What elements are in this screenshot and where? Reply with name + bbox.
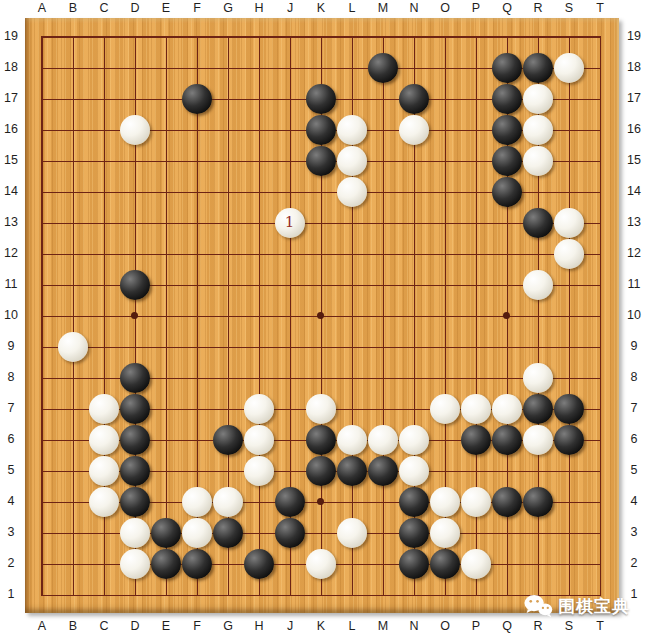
coordinate-label-right-4: 4 [631, 494, 638, 509]
stone-black-J3 [275, 518, 305, 548]
stone-black-E2 [151, 549, 181, 579]
coordinate-label-top-N: N [409, 1, 418, 16]
stone-black-S7 [554, 394, 584, 424]
stone-black-F2 [182, 549, 212, 579]
star-point-D10 [131, 312, 138, 319]
coordinate-label-bottom-G: G [223, 619, 233, 634]
coordinate-label-right-12: 12 [627, 246, 641, 261]
stone-black-R4 [523, 487, 553, 517]
stone-black-E3 [151, 518, 181, 548]
coordinate-label-bottom-O: O [440, 619, 450, 634]
stone-black-R7 [523, 394, 553, 424]
coordinate-label-right-2: 2 [631, 556, 638, 571]
coordinate-label-bottom-C: C [99, 619, 108, 634]
stone-white-J13: 1 [275, 208, 305, 238]
stone-black-L5 [337, 456, 367, 486]
coordinate-label-bottom-P: P [472, 619, 480, 634]
coordinate-label-right-18: 18 [627, 60, 641, 75]
coordinate-label-right-1: 1 [631, 587, 638, 602]
coordinate-label-top-M: M [378, 1, 388, 16]
wechat-icon [523, 593, 553, 619]
stone-black-Q16 [492, 115, 522, 145]
coordinate-label-left-15: 15 [4, 153, 18, 168]
stone-white-N5 [399, 456, 429, 486]
coordinate-label-left-16: 16 [4, 122, 18, 137]
coordinate-label-top-R: R [533, 1, 542, 16]
coordinate-label-bottom-R: R [533, 619, 542, 634]
coordinate-label-left-9: 9 [8, 339, 15, 354]
stone-black-Q18 [492, 53, 522, 83]
stone-white-R16 [523, 115, 553, 145]
stone-black-R13 [523, 208, 553, 238]
stone-white-L6 [337, 425, 367, 455]
coordinate-label-bottom-L: L [349, 619, 356, 634]
coordinate-label-left-5: 5 [8, 463, 15, 478]
coordinate-label-left-11: 11 [5, 277, 18, 292]
coordinate-label-bottom-J: J [287, 619, 293, 634]
coordinate-label-right-16: 16 [627, 122, 641, 137]
watermark-text: 围棋宝典 [558, 595, 630, 618]
stone-black-Q15 [492, 146, 522, 176]
coordinate-label-bottom-N: N [409, 619, 418, 634]
stone-white-S12 [554, 239, 584, 269]
coordinate-label-top-E: E [162, 1, 170, 16]
coordinate-label-top-C: C [99, 1, 108, 16]
stone-black-D5 [120, 456, 150, 486]
stone-white-P7 [461, 394, 491, 424]
coordinate-label-top-Q: Q [502, 1, 512, 16]
stone-black-N4 [399, 487, 429, 517]
coordinate-label-left-10: 10 [4, 308, 18, 323]
stone-black-G6 [213, 425, 243, 455]
stone-white-C5 [89, 456, 119, 486]
coordinate-label-bottom-B: B [69, 619, 77, 634]
coordinate-label-top-G: G [223, 1, 233, 16]
stone-black-F17 [182, 84, 212, 114]
stone-black-D11 [120, 270, 150, 300]
stone-white-P2 [461, 549, 491, 579]
coordinate-label-bottom-F: F [193, 619, 201, 634]
go-board-grid: 1 [26, 21, 615, 610]
stone-white-D3 [120, 518, 150, 548]
stone-white-L14 [337, 177, 367, 207]
star-point-K4 [317, 498, 324, 505]
coordinate-label-left-12: 12 [4, 246, 18, 261]
stone-black-K6 [306, 425, 336, 455]
stone-white-R8 [523, 363, 553, 393]
coordinate-label-right-10: 10 [627, 308, 641, 323]
coordinate-label-right-5: 5 [631, 463, 638, 478]
stone-black-Q4 [492, 487, 522, 517]
stone-white-B9 [58, 332, 88, 362]
stone-white-C6 [89, 425, 119, 455]
stone-white-O3 [430, 518, 460, 548]
stone-white-M6 [368, 425, 398, 455]
coordinate-label-bottom-T: T [596, 619, 604, 634]
stone-black-K5 [306, 456, 336, 486]
stone-white-H7 [244, 394, 274, 424]
coordinate-label-top-F: F [193, 1, 201, 16]
stone-white-S13 [554, 208, 584, 238]
stone-black-R18 [523, 53, 553, 83]
coordinate-label-bottom-H: H [254, 619, 263, 634]
stone-black-D7 [120, 394, 150, 424]
coordinate-label-right-14: 14 [627, 184, 641, 199]
coordinate-label-bottom-A: A [38, 619, 46, 634]
coordinate-label-left-18: 18 [4, 60, 18, 75]
coordinate-label-top-A: A [38, 1, 46, 16]
coordinate-label-top-H: H [254, 1, 263, 16]
coordinate-label-bottom-S: S [565, 619, 573, 634]
stone-white-C7 [89, 394, 119, 424]
stone-white-F4 [182, 487, 212, 517]
stone-black-K16 [306, 115, 336, 145]
coordinate-label-left-6: 6 [8, 432, 15, 447]
stone-black-K17 [306, 84, 336, 114]
stone-white-R17 [523, 84, 553, 114]
stone-white-K7 [306, 394, 336, 424]
coordinate-label-top-B: B [69, 1, 77, 16]
coordinate-label-right-8: 8 [631, 370, 638, 385]
coordinate-label-bottom-K: K [317, 619, 325, 634]
coordinate-label-right-3: 3 [631, 525, 638, 540]
coordinate-label-right-19: 19 [627, 29, 641, 44]
coordinate-label-right-13: 13 [627, 215, 641, 230]
stone-white-K2 [306, 549, 336, 579]
stone-white-N16 [399, 115, 429, 145]
watermark: 围棋宝典 [523, 593, 630, 619]
coordinate-label-left-4: 4 [8, 494, 15, 509]
coordinate-label-left-1: 1 [8, 587, 15, 602]
coordinate-label-bottom-M: M [378, 619, 388, 634]
star-point-Q10 [503, 312, 510, 319]
stone-black-D8 [120, 363, 150, 393]
coordinate-label-left-3: 3 [8, 525, 15, 540]
stone-black-Q14 [492, 177, 522, 207]
stone-white-L15 [337, 146, 367, 176]
stone-black-K15 [306, 146, 336, 176]
coordinate-label-left-19: 19 [4, 29, 18, 44]
stone-black-M18 [368, 53, 398, 83]
stone-white-Q7 [492, 394, 522, 424]
stone-white-H6 [244, 425, 274, 455]
coordinate-label-bottom-D: D [130, 619, 139, 634]
coordinate-label-right-6: 6 [631, 432, 638, 447]
go-diagram-page: 1 ABCDEFGHJKLMNOPQRST ABCDEFGHJKLMNOPQRS… [0, 0, 646, 636]
coordinate-label-left-2: 2 [8, 556, 15, 571]
coordinate-label-top-J: J [287, 1, 293, 16]
stone-black-N2 [399, 549, 429, 579]
stone-white-C4 [89, 487, 119, 517]
coordinate-label-left-13: 13 [4, 215, 18, 230]
stone-black-D6 [120, 425, 150, 455]
stone-black-Q6 [492, 425, 522, 455]
stone-black-J4 [275, 487, 305, 517]
stone-white-H5 [244, 456, 274, 486]
star-point-K10 [317, 312, 324, 319]
stone-white-S18 [554, 53, 584, 83]
coordinate-label-bottom-Q: Q [502, 619, 512, 634]
coordinate-label-right-9: 9 [631, 339, 638, 354]
coordinate-label-left-8: 8 [8, 370, 15, 385]
stone-black-G3 [213, 518, 243, 548]
stone-black-O2 [430, 549, 460, 579]
coordinate-label-top-L: L [349, 1, 356, 16]
coordinate-label-right-7: 7 [631, 401, 638, 416]
stone-white-O7 [430, 394, 460, 424]
stone-black-H2 [244, 549, 274, 579]
stone-black-P6 [461, 425, 491, 455]
coordinate-label-top-D: D [130, 1, 139, 16]
coordinate-label-left-17: 17 [4, 91, 18, 106]
coordinate-label-top-O: O [440, 1, 450, 16]
stone-white-G4 [213, 487, 243, 517]
stone-white-D16 [120, 115, 150, 145]
stone-white-D2 [120, 549, 150, 579]
coordinate-label-top-K: K [317, 1, 325, 16]
stone-white-R15 [523, 146, 553, 176]
coordinate-label-left-14: 14 [4, 184, 18, 199]
stone-white-R6 [523, 425, 553, 455]
stone-white-L3 [337, 518, 367, 548]
coordinate-label-right-17: 17 [627, 91, 641, 106]
stone-white-N6 [399, 425, 429, 455]
stone-white-O4 [430, 487, 460, 517]
stone-black-S6 [554, 425, 584, 455]
coordinate-label-bottom-E: E [162, 619, 170, 634]
stone-black-Q17 [492, 84, 522, 114]
stone-black-N3 [399, 518, 429, 548]
stone-black-N17 [399, 84, 429, 114]
coordinate-label-right-15: 15 [627, 153, 641, 168]
stone-black-D4 [120, 487, 150, 517]
stone-white-F3 [182, 518, 212, 548]
coordinate-label-top-T: T [596, 1, 604, 16]
stone-white-P4 [461, 487, 491, 517]
move-number-label: 1 [285, 215, 295, 230]
coordinate-label-top-P: P [472, 1, 480, 16]
coordinate-label-top-S: S [565, 1, 573, 16]
stone-black-M5 [368, 456, 398, 486]
coordinate-label-right-11: 11 [628, 277, 641, 292]
stone-white-L16 [337, 115, 367, 145]
stone-white-R11 [523, 270, 553, 300]
coordinate-label-left-7: 7 [8, 401, 15, 416]
